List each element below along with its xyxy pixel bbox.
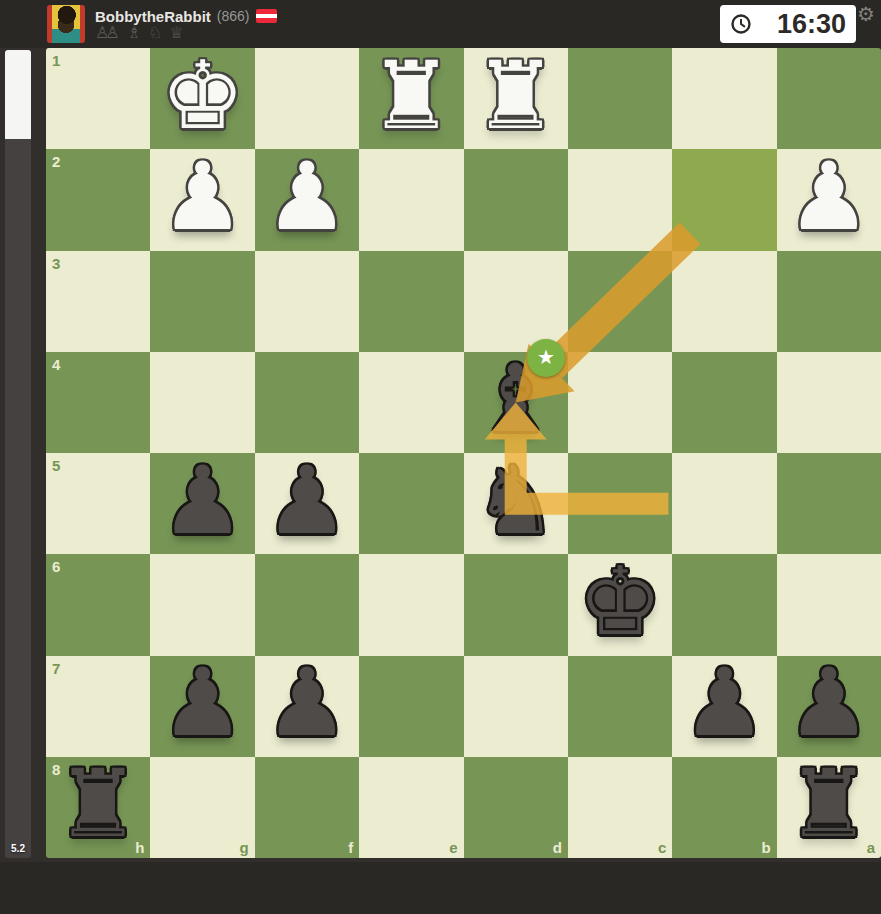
rank-label-3: 3 (52, 255, 60, 272)
square-h1[interactable]: 1 (46, 48, 150, 149)
square-b7[interactable]: ♟ (672, 656, 776, 757)
file-label-b: b (761, 839, 770, 856)
square-g8[interactable]: g (150, 757, 254, 858)
square-g1[interactable]: ♚ (150, 48, 254, 149)
star-icon: ★ (537, 347, 555, 367)
square-c5[interactable] (568, 453, 672, 554)
rank-label-6: 6 (52, 558, 60, 575)
square-f8[interactable]: f (255, 757, 359, 858)
top-player-clock: 16:30 (720, 5, 856, 43)
square-h4[interactable]: 4 (46, 352, 150, 453)
square-f2[interactable]: ♟ (255, 149, 359, 250)
square-b2[interactable] (672, 149, 776, 250)
rank-label-2: 2 (52, 153, 60, 170)
square-d2[interactable] (464, 149, 568, 250)
square-g5[interactable]: ♟ (150, 453, 254, 554)
file-label-f: f (348, 839, 353, 856)
square-e6[interactable] (359, 554, 463, 655)
square-a3[interactable] (777, 251, 881, 352)
square-a6[interactable] (777, 554, 881, 655)
captured-n-group: ♘ (148, 25, 162, 41)
square-b3[interactable] (672, 251, 776, 352)
square-h6[interactable]: 6 (46, 554, 150, 655)
piece-white-rook[interactable]: ♜ (369, 49, 453, 143)
piece-white-pawn[interactable]: ♟ (160, 150, 244, 244)
captured-p-group: ♙♙ (95, 25, 120, 41)
square-e7[interactable] (359, 656, 463, 757)
eval-bar: 5.2 (5, 50, 31, 858)
top-clock-time: 16:30 (752, 9, 856, 40)
square-d6[interactable] (464, 554, 568, 655)
square-b6[interactable] (672, 554, 776, 655)
square-g6[interactable] (150, 554, 254, 655)
file-label-g: g (240, 839, 249, 856)
square-h7[interactable]: 7 (46, 656, 150, 757)
file-label-d: d (553, 839, 562, 856)
square-h3[interactable]: 3 (46, 251, 150, 352)
square-d3[interactable] (464, 251, 568, 352)
square-b4[interactable] (672, 352, 776, 453)
square-d8[interactable]: d (464, 757, 568, 858)
top-player-name[interactable]: BobbytheRabbit (95, 8, 211, 25)
square-f4[interactable] (255, 352, 359, 453)
chess-board: 1♚♜♜2♟♟♟34♝5♟♟♞6♚7♟♟♟♟8h♜gfedcba♜ (46, 48, 881, 858)
square-e4[interactable] (359, 352, 463, 453)
square-c1[interactable] (568, 48, 672, 149)
square-e8[interactable]: e (359, 757, 463, 858)
square-g3[interactable] (150, 251, 254, 352)
square-e2[interactable] (359, 149, 463, 250)
square-c2[interactable] (568, 149, 672, 250)
square-d7[interactable] (464, 656, 568, 757)
clock-icon (730, 13, 752, 35)
piece-black-pawn[interactable]: ♟ (160, 656, 244, 750)
square-g4[interactable] (150, 352, 254, 453)
square-d5[interactable]: ♞ (464, 453, 568, 554)
square-c8[interactable]: c (568, 757, 672, 858)
eval-bar-white-section (5, 50, 31, 139)
square-e1[interactable]: ♜ (359, 48, 463, 149)
piece-black-rook[interactable]: ♜ (787, 757, 871, 851)
square-b5[interactable] (672, 453, 776, 554)
square-a5[interactable] (777, 453, 881, 554)
square-e3[interactable] (359, 251, 463, 352)
square-h5[interactable]: 5 (46, 453, 150, 554)
square-c7[interactable] (568, 656, 672, 757)
game-review-screen: BobbytheRabbit (866) ♙♙♗♘♕ 16:30 ⚙ 5.2 1… (0, 0, 881, 914)
square-a2[interactable]: ♟ (777, 149, 881, 250)
piece-black-pawn[interactable]: ♟ (160, 454, 244, 548)
square-e5[interactable] (359, 453, 463, 554)
rank-label-5: 5 (52, 457, 60, 474)
square-g2[interactable]: ♟ (150, 149, 254, 250)
piece-white-rook[interactable]: ♜ (474, 49, 558, 143)
rank-label-1: 1 (52, 52, 60, 69)
piece-black-pawn[interactable]: ♟ (265, 454, 349, 548)
square-g7[interactable]: ♟ (150, 656, 254, 757)
top-player-avatar[interactable] (47, 5, 85, 43)
square-c4[interactable] (568, 352, 672, 453)
piece-black-king[interactable]: ♚ (578, 555, 662, 649)
square-a7[interactable]: ♟ (777, 656, 881, 757)
square-f7[interactable]: ♟ (255, 656, 359, 757)
piece-black-knight[interactable]: ♞ (474, 454, 558, 548)
square-f3[interactable] (255, 251, 359, 352)
top-captured-pieces-row: ♙♙♗♘♕ (95, 24, 184, 42)
square-b1[interactable] (672, 48, 776, 149)
rank-label-7: 7 (52, 660, 60, 677)
square-f6[interactable] (255, 554, 359, 655)
austria-flag-icon (256, 9, 277, 23)
square-d1[interactable]: ♜ (464, 48, 568, 149)
piece-black-pawn[interactable]: ♟ (265, 656, 349, 750)
eval-score: 5.2 (5, 843, 31, 854)
piece-white-pawn[interactable]: ♟ (787, 150, 871, 244)
square-a8[interactable]: a♜ (777, 757, 881, 858)
square-f1[interactable] (255, 48, 359, 149)
top-player-name-row: BobbytheRabbit (866) (95, 7, 277, 25)
file-label-e: e (449, 839, 457, 856)
piece-white-king[interactable]: ♚ (160, 49, 244, 143)
top-player-rating: (866) (217, 8, 250, 24)
piece-black-pawn[interactable]: ♟ (787, 656, 871, 750)
square-a4[interactable] (777, 352, 881, 453)
piece-black-rook[interactable]: ♜ (56, 757, 140, 851)
piece-white-pawn[interactable]: ♟ (265, 150, 349, 244)
square-a1[interactable] (777, 48, 881, 149)
bottom-player-bar: ♟ bansheebray44 (910) ♟♟♟♟♟♝♝♞♞♛+9 14:58 (0, 862, 881, 914)
square-c6[interactable]: ♚ (568, 554, 672, 655)
captured-q-group: ♕ (169, 25, 183, 41)
rank-label-4: 4 (52, 356, 60, 373)
piece-black-pawn[interactable]: ♟ (682, 656, 766, 750)
square-f5[interactable]: ♟ (255, 453, 359, 554)
settings-gear-icon[interactable]: ⚙ (857, 4, 875, 24)
square-c3[interactable] (568, 251, 672, 352)
top-player-bar: BobbytheRabbit (866) ♙♙♗♘♕ 16:30 ⚙ (0, 0, 881, 48)
file-label-c: c (658, 839, 666, 856)
captured-b-group: ♗ (127, 25, 141, 41)
square-h8[interactable]: 8h♜ (46, 757, 150, 858)
square-b8[interactable]: b (672, 757, 776, 858)
square-h2[interactable]: 2 (46, 149, 150, 250)
